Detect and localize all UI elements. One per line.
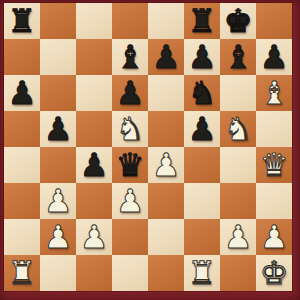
square-a7[interactable] (4, 39, 40, 75)
square-e7[interactable]: ♟ (148, 39, 184, 75)
square-e4[interactable]: ♟ (148, 147, 184, 183)
square-f2[interactable] (184, 219, 220, 255)
square-f4[interactable] (184, 147, 220, 183)
square-d5[interactable]: ♞ (112, 111, 148, 147)
square-c7[interactable] (76, 39, 112, 75)
black-pawn-f7[interactable]: ♟ (188, 39, 217, 75)
square-e2[interactable] (148, 219, 184, 255)
square-e8[interactable] (148, 3, 184, 39)
black-knight-f6[interactable]: ♞ (188, 75, 217, 111)
square-e1[interactable] (148, 255, 184, 291)
square-g2[interactable]: ♟ (220, 219, 256, 255)
square-g8[interactable]: ♚ (220, 3, 256, 39)
square-h8[interactable] (256, 3, 292, 39)
black-bishop-g7[interactable]: ♝ (224, 39, 253, 75)
square-h4[interactable]: ♛ (256, 147, 292, 183)
black-pawn-e7[interactable]: ♟ (152, 39, 181, 75)
black-queen-d4[interactable]: ♛ (116, 147, 145, 183)
square-b7[interactable] (40, 39, 76, 75)
square-f7[interactable]: ♟ (184, 39, 220, 75)
square-b6[interactable] (40, 75, 76, 111)
square-a3[interactable] (4, 183, 40, 219)
square-b3[interactable]: ♟ (40, 183, 76, 219)
square-a5[interactable] (4, 111, 40, 147)
black-pawn-f5[interactable]: ♟ (188, 111, 217, 147)
square-d6[interactable]: ♟ (112, 75, 148, 111)
black-king-g8[interactable]: ♚ (224, 3, 253, 39)
white-pawn-b2[interactable]: ♟ (44, 219, 73, 255)
square-g3[interactable] (220, 183, 256, 219)
square-e6[interactable] (148, 75, 184, 111)
black-pawn-h7[interactable]: ♟ (260, 39, 289, 75)
square-a2[interactable] (4, 219, 40, 255)
square-h5[interactable] (256, 111, 292, 147)
square-d1[interactable] (112, 255, 148, 291)
square-b5[interactable]: ♟ (40, 111, 76, 147)
square-g1[interactable] (220, 255, 256, 291)
white-pawn-d3[interactable]: ♟ (116, 183, 145, 219)
square-f3[interactable] (184, 183, 220, 219)
square-h3[interactable] (256, 183, 292, 219)
white-bishop-h6[interactable]: ♝ (260, 75, 289, 111)
white-pawn-e4[interactable]: ♟ (152, 147, 181, 183)
square-a8[interactable]: ♜ (4, 3, 40, 39)
square-b2[interactable]: ♟ (40, 219, 76, 255)
square-c8[interactable] (76, 3, 112, 39)
square-e3[interactable] (148, 183, 184, 219)
white-king-h1[interactable]: ♚ (260, 255, 289, 291)
square-d4[interactable]: ♛ (112, 147, 148, 183)
black-rook-a8[interactable]: ♜ (8, 3, 37, 39)
square-c5[interactable] (76, 111, 112, 147)
black-bishop-d7[interactable]: ♝ (116, 39, 145, 75)
black-rook-f8[interactable]: ♜ (188, 3, 217, 39)
square-f8[interactable]: ♜ (184, 3, 220, 39)
white-rook-f1[interactable]: ♜ (188, 255, 217, 291)
square-b4[interactable] (40, 147, 76, 183)
white-queen-h4[interactable]: ♛ (260, 147, 289, 183)
square-g4[interactable] (220, 147, 256, 183)
square-c1[interactable] (76, 255, 112, 291)
square-c3[interactable] (76, 183, 112, 219)
square-a1[interactable]: ♜ (4, 255, 40, 291)
square-h7[interactable]: ♟ (256, 39, 292, 75)
square-f1[interactable]: ♜ (184, 255, 220, 291)
white-pawn-g2[interactable]: ♟ (224, 219, 253, 255)
square-f6[interactable]: ♞ (184, 75, 220, 111)
white-pawn-b3[interactable]: ♟ (44, 183, 73, 219)
square-g5[interactable]: ♞ (220, 111, 256, 147)
square-a6[interactable]: ♟ (4, 75, 40, 111)
white-pawn-c2[interactable]: ♟ (80, 219, 109, 255)
square-d8[interactable] (112, 3, 148, 39)
square-h1[interactable]: ♚ (256, 255, 292, 291)
square-d3[interactable]: ♟ (112, 183, 148, 219)
square-c6[interactable] (76, 75, 112, 111)
square-b1[interactable] (40, 255, 76, 291)
black-pawn-d6[interactable]: ♟ (116, 75, 145, 111)
chess-board: ♜♜♚♝♟♟♝♟♟♟♞♝♟♞♟♞♟♛♟♛♟♟♟♟♟♟♜♜♚ (4, 3, 292, 291)
black-pawn-b5[interactable]: ♟ (44, 111, 73, 147)
square-b8[interactable] (40, 3, 76, 39)
white-rook-a1[interactable]: ♜ (8, 255, 37, 291)
square-c2[interactable]: ♟ (76, 219, 112, 255)
square-c4[interactable]: ♟ (76, 147, 112, 183)
square-g7[interactable]: ♝ (220, 39, 256, 75)
square-h2[interactable]: ♟ (256, 219, 292, 255)
square-e5[interactable] (148, 111, 184, 147)
black-pawn-a6[interactable]: ♟ (8, 75, 37, 111)
square-d2[interactable] (112, 219, 148, 255)
square-h6[interactable]: ♝ (256, 75, 292, 111)
square-a4[interactable] (4, 147, 40, 183)
white-knight-d5[interactable]: ♞ (116, 111, 145, 147)
board-frame: ♜♜♚♝♟♟♝♟♟♟♞♝♟♞♟♞♟♛♟♛♟♟♟♟♟♟♜♜♚ (0, 0, 300, 300)
white-knight-g5[interactable]: ♞ (224, 111, 253, 147)
square-g6[interactable] (220, 75, 256, 111)
square-d7[interactable]: ♝ (112, 39, 148, 75)
square-f5[interactable]: ♟ (184, 111, 220, 147)
white-pawn-h2[interactable]: ♟ (260, 219, 289, 255)
black-pawn-c4[interactable]: ♟ (80, 147, 109, 183)
